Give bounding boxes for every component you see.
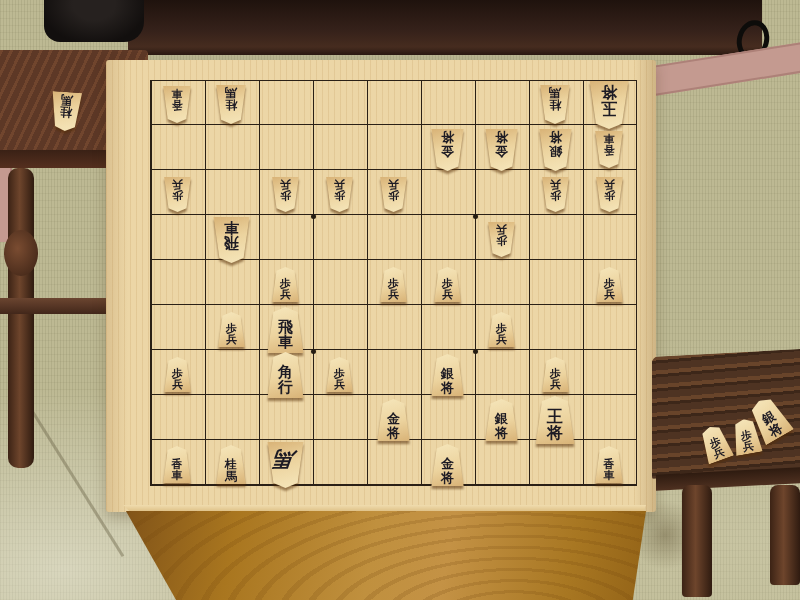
koma-kanji: 兵 bbox=[388, 179, 399, 190]
koma-face: 金将 bbox=[430, 129, 465, 171]
koma-sente-knight-89[interactable]: 桂馬 bbox=[215, 445, 247, 484]
koma-kanji: 銀 bbox=[441, 367, 454, 380]
koma-sente-lance-19[interactable]: 香車 bbox=[594, 446, 624, 483]
koma-gote-silver-22[interactable]: 銀将 bbox=[538, 129, 573, 171]
koma-kanji: 馬 bbox=[225, 87, 237, 99]
koma-kanji: 金 bbox=[441, 457, 454, 470]
koma-sente-rook-76[interactable]: 飛車 bbox=[266, 307, 305, 353]
koma-kanji: 車 bbox=[172, 470, 183, 481]
koma-kanji: 歩 bbox=[496, 235, 507, 246]
koma-kanji: 車 bbox=[278, 335, 293, 350]
koma-face: 歩兵 bbox=[163, 357, 192, 392]
koma-face: 香車 bbox=[162, 86, 192, 123]
koma-kanji: 飛 bbox=[224, 235, 239, 250]
koma-face: 歩兵 bbox=[487, 312, 516, 347]
koma-gote-horse-79[interactable]: 馬 bbox=[266, 442, 305, 488]
koma-gote-rook-84[interactable]: 飛車 bbox=[212, 217, 251, 263]
koma-face: 桂馬 bbox=[215, 85, 247, 124]
koma-face: 歩兵 bbox=[163, 177, 192, 212]
koma-kanji: 将 bbox=[547, 425, 563, 441]
koma-face: 金将 bbox=[484, 129, 519, 171]
koma-gote-gold-42[interactable]: 金将 bbox=[430, 129, 465, 171]
koma-face: 香車 bbox=[594, 446, 624, 483]
koma-face: 香車 bbox=[594, 131, 624, 168]
koma-face: 馬 bbox=[266, 442, 305, 488]
koma-face: 歩兵 bbox=[433, 267, 462, 302]
koma-face: 歩兵 bbox=[325, 357, 354, 392]
koma-kanji: 将 bbox=[495, 426, 508, 439]
koma-kanji: 兵 bbox=[334, 179, 345, 190]
koma-kanji: 兵 bbox=[280, 179, 291, 190]
koma-kanji: 将 bbox=[601, 84, 617, 100]
koma-kanji: 香 bbox=[172, 99, 183, 110]
koma-face: 歩兵 bbox=[541, 177, 570, 212]
koma-kanji: 兵 bbox=[742, 440, 755, 453]
koma-face: 歩兵 bbox=[696, 422, 735, 465]
koma-kanji: 歩 bbox=[334, 190, 345, 201]
koma-kanji: 将 bbox=[549, 131, 562, 144]
koma-kanji: 馬 bbox=[549, 87, 561, 99]
koma-gote-knight-81[interactable]: 桂馬 bbox=[215, 85, 247, 124]
koma-kanji: 桂 bbox=[549, 99, 561, 111]
koma-sente-pawn-75[interactable]: 歩兵 bbox=[271, 267, 300, 302]
koma-gote-pawn-34[interactable]: 歩兵 bbox=[487, 222, 516, 257]
koma-sente-silver-hand[interactable]: 銀将 bbox=[752, 398, 787, 440]
koma-sente-pawn-27[interactable]: 歩兵 bbox=[541, 357, 570, 392]
koma-face: 歩兵 bbox=[271, 267, 300, 302]
koma-kanji: 兵 bbox=[172, 179, 183, 190]
koma-kanji: 兵 bbox=[388, 289, 399, 300]
koma-kanji: 兵 bbox=[226, 334, 237, 345]
koma-kanji: 兵 bbox=[604, 179, 615, 190]
koma-kanji: 馬 bbox=[225, 470, 237, 482]
koma-kanji: 兵 bbox=[712, 446, 726, 460]
koma-face: 銀将 bbox=[430, 354, 465, 396]
koma-sente-pawn-97[interactable]: 歩兵 bbox=[163, 357, 192, 392]
koma-kanji: 歩 bbox=[172, 190, 183, 201]
koma-face: 歩兵 bbox=[271, 177, 300, 212]
koma-face: 飛車 bbox=[266, 307, 305, 353]
koma-kanji: 将 bbox=[441, 381, 454, 394]
koma-face: 歩兵 bbox=[379, 267, 408, 302]
koma-kanji: 金 bbox=[441, 144, 454, 157]
koma-kanji: 行 bbox=[278, 380, 293, 395]
koma-sente-pawn-55[interactable]: 歩兵 bbox=[379, 267, 408, 302]
koma-kanji: 兵 bbox=[604, 289, 615, 300]
koma-gote-knight-hand[interactable]: 桂馬 bbox=[50, 92, 82, 131]
board-front-face bbox=[118, 511, 646, 600]
koma-kanji: 兵 bbox=[442, 289, 453, 300]
koma-kanji: 将 bbox=[441, 131, 454, 144]
koma-kanji: 銀 bbox=[495, 412, 508, 425]
koma-face: 金将 bbox=[376, 399, 411, 441]
koma-kanji: 車 bbox=[604, 133, 615, 144]
koma-kanji: 歩 bbox=[604, 190, 615, 201]
left-komadai-leg bbox=[8, 168, 34, 468]
star-point bbox=[311, 349, 316, 354]
koma-face: 桂馬 bbox=[49, 91, 84, 132]
right-komadai-leg bbox=[682, 485, 712, 597]
koma-gote-pawn-23[interactable]: 歩兵 bbox=[541, 177, 570, 212]
koma-face: 王将 bbox=[534, 396, 576, 444]
koma-sente-bishop-77[interactable]: 角行 bbox=[266, 352, 305, 398]
koma-kanji: 馬 bbox=[274, 448, 297, 469]
koma-face: 桂馬 bbox=[539, 85, 571, 124]
koma-kanji: 香 bbox=[604, 144, 615, 155]
koma-gote-pawn-93[interactable]: 歩兵 bbox=[163, 177, 192, 212]
koma-face: 香車 bbox=[162, 446, 192, 483]
koma-kanji: 将 bbox=[387, 426, 400, 439]
koma-sente-pawn-15[interactable]: 歩兵 bbox=[595, 267, 624, 302]
koma-kanji: 兵 bbox=[496, 224, 507, 235]
koma-kanji: 車 bbox=[224, 219, 239, 234]
koma-gote-pawn-63[interactable]: 歩兵 bbox=[325, 177, 354, 212]
koma-gote-pawn-13[interactable]: 歩兵 bbox=[595, 177, 624, 212]
koma-face: 歩兵 bbox=[595, 177, 624, 212]
koma-kanji: 歩 bbox=[280, 190, 291, 201]
koma-kanji: 馬 bbox=[60, 94, 73, 107]
koma-face: 金将 bbox=[430, 444, 465, 486]
koma-kanji: 将 bbox=[441, 471, 454, 484]
koma-kanji: 車 bbox=[604, 470, 615, 481]
koma-sente-silver-38[interactable]: 銀将 bbox=[484, 399, 519, 441]
koma-kanji: 将 bbox=[495, 131, 508, 144]
koma-kanji: 兵 bbox=[172, 379, 183, 390]
koma-face: 歩兵 bbox=[487, 222, 516, 257]
koma-face: 歩兵 bbox=[595, 267, 624, 302]
koma-kanji: 兵 bbox=[550, 379, 561, 390]
koma-face: 桂馬 bbox=[215, 445, 247, 484]
star-point bbox=[311, 214, 316, 219]
koma-kanji: 桂 bbox=[225, 99, 237, 111]
koma-kanji: 金 bbox=[387, 412, 400, 425]
koma-sente-pawn-45[interactable]: 歩兵 bbox=[433, 267, 462, 302]
koma-gote-gking-11[interactable]: 玉将 bbox=[588, 81, 630, 129]
koma-gote-knight-21[interactable]: 桂馬 bbox=[539, 85, 571, 124]
koma-gote-gold-32[interactable]: 金将 bbox=[484, 129, 519, 171]
koma-kanji: 歩 bbox=[388, 190, 399, 201]
koma-gote-pawn-53[interactable]: 歩兵 bbox=[379, 177, 408, 212]
koma-sente-pawn-36[interactable]: 歩兵 bbox=[487, 312, 516, 347]
koma-face: 玉将 bbox=[588, 81, 630, 129]
left-komadai-leg-bulge bbox=[4, 230, 38, 276]
koma-gote-lance-91[interactable]: 香車 bbox=[162, 86, 192, 123]
koma-kanji: 車 bbox=[172, 88, 183, 99]
koma-face: 角行 bbox=[266, 352, 305, 398]
koma-sente-lance-99[interactable]: 香車 bbox=[162, 446, 192, 483]
koma-face: 銀将 bbox=[538, 129, 573, 171]
koma-face: 歩兵 bbox=[217, 312, 246, 347]
koma-sente-silver-47[interactable]: 銀将 bbox=[430, 354, 465, 396]
star-point bbox=[473, 349, 478, 354]
koma-gote-pawn-73[interactable]: 歩兵 bbox=[271, 177, 300, 212]
koma-gote-lance-12[interactable]: 香車 bbox=[594, 131, 624, 168]
koma-sente-gold-58[interactable]: 金将 bbox=[376, 399, 411, 441]
right-komadai bbox=[652, 345, 800, 600]
koma-kanji: 玉 bbox=[601, 100, 617, 116]
black-cloth bbox=[44, 0, 144, 42]
scene: 香車桂馬桂馬玉将金将金将銀将香車歩兵歩兵歩兵歩兵歩兵歩兵飛車歩兵馬歩兵歩兵歩兵歩… bbox=[0, 0, 800, 600]
koma-sente-pawn-hand[interactable]: 歩兵 bbox=[701, 426, 730, 461]
koma-kanji: 兵 bbox=[550, 179, 561, 190]
koma-sente-king-28[interactable]: 王将 bbox=[534, 396, 576, 444]
koma-kanji: 歩 bbox=[550, 190, 561, 201]
koma-kanji: 銀 bbox=[549, 144, 562, 157]
koma-sente-pawn-86[interactable]: 歩兵 bbox=[217, 312, 246, 347]
board-front-grain bbox=[118, 511, 646, 600]
koma-kanji: 桂 bbox=[60, 106, 73, 119]
koma-kanji: 兵 bbox=[334, 379, 345, 390]
koma-sente-gold-49[interactable]: 金将 bbox=[430, 444, 465, 486]
koma-face: 飛車 bbox=[212, 217, 251, 263]
background-shelf bbox=[128, 0, 762, 55]
koma-face: 歩兵 bbox=[379, 177, 408, 212]
koma-kanji: 兵 bbox=[496, 334, 507, 345]
koma-face: 歩兵 bbox=[541, 357, 570, 392]
star-point bbox=[473, 214, 478, 219]
koma-sente-pawn-67[interactable]: 歩兵 bbox=[325, 357, 354, 392]
right-komadai-leg bbox=[770, 485, 800, 585]
koma-kanji: 兵 bbox=[280, 289, 291, 300]
koma-kanji: 将 bbox=[767, 421, 785, 439]
koma-kanji: 金 bbox=[495, 144, 508, 157]
koma-face: 歩兵 bbox=[325, 177, 354, 212]
koma-face: 銀将 bbox=[484, 399, 519, 441]
